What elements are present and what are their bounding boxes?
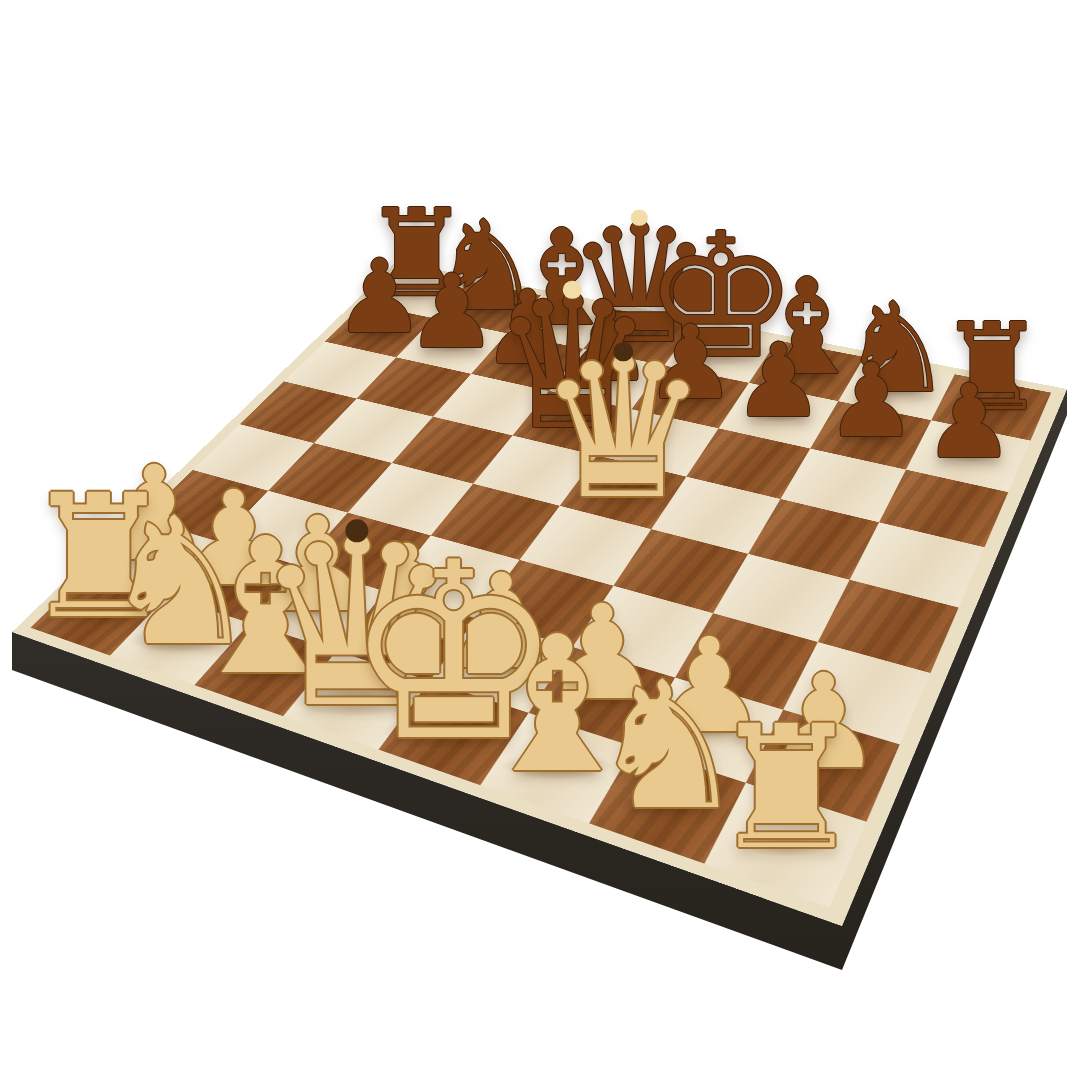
dark-pawn-f7: ♟ [733,331,825,433]
chess-set-photo: ♜♞♝♛♚♝♞♜♟♟♟♟♟♟♟♟♛♛♟♟♟♟♟♟♟♟♜♞♝♛♚♝♞♜ [0,0,1080,1080]
light-queen-e5: ♛ [536,332,710,526]
pieces-layer: ♜♞♝♛♚♝♞♜♟♟♟♟♟♟♟♟♛♛♟♟♟♟♟♟♟♟♜♞♝♛♚♝♞♜ [0,0,1080,1080]
dark-pawn-g7: ♟ [825,350,917,452]
light-rook-h1: ♜ [710,703,863,873]
dark-pawn-h7: ♟ [923,371,1015,473]
